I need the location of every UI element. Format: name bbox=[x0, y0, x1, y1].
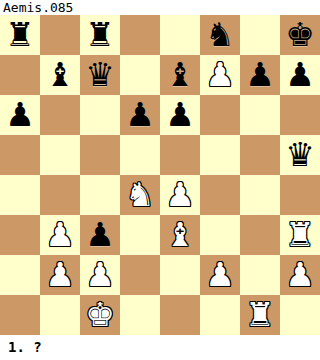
square-e7[interactable]: ♝ bbox=[160, 55, 200, 95]
black-bishop: ♝ bbox=[165, 55, 195, 95]
square-f1[interactable] bbox=[200, 295, 240, 335]
square-d6[interactable]: ♟ bbox=[120, 95, 160, 135]
square-b4[interactable] bbox=[40, 175, 80, 215]
white-pawn: ♟ bbox=[85, 255, 115, 295]
square-h2[interactable]: ♟ bbox=[280, 255, 320, 295]
square-f2[interactable]: ♟ bbox=[200, 255, 240, 295]
white-rook: ♜ bbox=[285, 215, 315, 255]
square-c3[interactable]: ♟ bbox=[80, 215, 120, 255]
white-pawn: ♟ bbox=[285, 255, 315, 295]
square-b2[interactable]: ♟ bbox=[40, 255, 80, 295]
square-a6[interactable]: ♟ bbox=[0, 95, 40, 135]
page-title: Aemis.085 bbox=[0, 0, 320, 15]
square-g1[interactable]: ♜ bbox=[240, 295, 280, 335]
square-d2[interactable] bbox=[120, 255, 160, 295]
square-c1[interactable]: ♚ bbox=[80, 295, 120, 335]
black-rook: ♜ bbox=[85, 15, 115, 55]
square-a8[interactable]: ♜ bbox=[0, 15, 40, 55]
square-g5[interactable] bbox=[240, 135, 280, 175]
white-rook: ♜ bbox=[245, 295, 275, 335]
black-queen: ♛ bbox=[285, 135, 315, 175]
square-b6[interactable] bbox=[40, 95, 80, 135]
square-h5[interactable]: ♛ bbox=[280, 135, 320, 175]
white-bishop: ♝ bbox=[165, 215, 195, 255]
white-pawn: ♟ bbox=[45, 255, 75, 295]
move-prompt: 1. ? bbox=[0, 335, 320, 360]
square-e5[interactable] bbox=[160, 135, 200, 175]
square-g7[interactable]: ♟ bbox=[240, 55, 280, 95]
black-pawn: ♟ bbox=[85, 215, 115, 255]
square-c4[interactable] bbox=[80, 175, 120, 215]
square-b5[interactable] bbox=[40, 135, 80, 175]
white-pawn: ♟ bbox=[205, 255, 235, 295]
square-f8[interactable]: ♞ bbox=[200, 15, 240, 55]
square-b8[interactable] bbox=[40, 15, 80, 55]
square-g6[interactable] bbox=[240, 95, 280, 135]
white-knight: ♞ bbox=[125, 175, 155, 215]
square-e3[interactable]: ♝ bbox=[160, 215, 200, 255]
square-c2[interactable]: ♟ bbox=[80, 255, 120, 295]
square-f4[interactable] bbox=[200, 175, 240, 215]
square-d1[interactable] bbox=[120, 295, 160, 335]
chess-board: ♜♜♞♚♝♛♝♟♟♟♟♟♟♛♞♟♟♟♝♜♟♟♟♟♚♜ bbox=[0, 15, 320, 335]
square-h8[interactable]: ♚ bbox=[280, 15, 320, 55]
black-pawn: ♟ bbox=[125, 95, 155, 135]
white-king: ♚ bbox=[85, 295, 115, 335]
square-f7[interactable]: ♟ bbox=[200, 55, 240, 95]
square-e8[interactable] bbox=[160, 15, 200, 55]
square-e2[interactable] bbox=[160, 255, 200, 295]
square-c7[interactable]: ♛ bbox=[80, 55, 120, 95]
square-h4[interactable] bbox=[280, 175, 320, 215]
square-e6[interactable]: ♟ bbox=[160, 95, 200, 135]
black-pawn: ♟ bbox=[5, 95, 35, 135]
square-d7[interactable] bbox=[120, 55, 160, 95]
square-a1[interactable] bbox=[0, 295, 40, 335]
square-c8[interactable]: ♜ bbox=[80, 15, 120, 55]
square-e1[interactable] bbox=[160, 295, 200, 335]
square-g8[interactable] bbox=[240, 15, 280, 55]
square-f5[interactable] bbox=[200, 135, 240, 175]
square-h6[interactable] bbox=[280, 95, 320, 135]
square-g2[interactable] bbox=[240, 255, 280, 295]
white-pawn: ♟ bbox=[165, 175, 195, 215]
black-knight: ♞ bbox=[205, 15, 235, 55]
black-king: ♚ bbox=[285, 15, 315, 55]
square-b7[interactable]: ♝ bbox=[40, 55, 80, 95]
black-queen: ♛ bbox=[85, 55, 115, 95]
white-pawn: ♟ bbox=[45, 215, 75, 255]
square-d4[interactable]: ♞ bbox=[120, 175, 160, 215]
chess-puzzle-app: Aemis.085 ♜♜♞♚♝♛♝♟♟♟♟♟♟♛♞♟♟♟♝♜♟♟♟♟♚♜ 1. … bbox=[0, 0, 320, 360]
square-c5[interactable] bbox=[80, 135, 120, 175]
square-h7[interactable]: ♟ bbox=[280, 55, 320, 95]
square-d8[interactable] bbox=[120, 15, 160, 55]
square-g4[interactable] bbox=[240, 175, 280, 215]
square-a2[interactable] bbox=[0, 255, 40, 295]
square-b3[interactable]: ♟ bbox=[40, 215, 80, 255]
square-a7[interactable] bbox=[0, 55, 40, 95]
black-rook: ♜ bbox=[5, 15, 35, 55]
black-pawn: ♟ bbox=[165, 95, 195, 135]
white-pawn: ♟ bbox=[205, 55, 235, 95]
square-h3[interactable]: ♜ bbox=[280, 215, 320, 255]
square-h1[interactable] bbox=[280, 295, 320, 335]
square-a5[interactable] bbox=[0, 135, 40, 175]
square-f3[interactable] bbox=[200, 215, 240, 255]
square-a3[interactable] bbox=[0, 215, 40, 255]
square-f6[interactable] bbox=[200, 95, 240, 135]
square-c6[interactable] bbox=[80, 95, 120, 135]
square-d5[interactable] bbox=[120, 135, 160, 175]
square-b1[interactable] bbox=[40, 295, 80, 335]
black-pawn: ♟ bbox=[285, 55, 315, 95]
square-a4[interactable] bbox=[0, 175, 40, 215]
square-g3[interactable] bbox=[240, 215, 280, 255]
black-bishop: ♝ bbox=[45, 55, 75, 95]
square-d3[interactable] bbox=[120, 215, 160, 255]
square-e4[interactable]: ♟ bbox=[160, 175, 200, 215]
black-pawn: ♟ bbox=[245, 55, 275, 95]
